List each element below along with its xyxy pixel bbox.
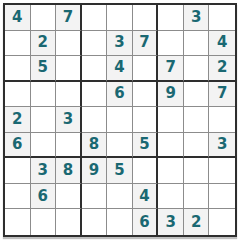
cell-r3c7[interactable]: 7	[158, 56, 184, 82]
cell-r3c6[interactable]	[133, 56, 159, 82]
cell-r9c5[interactable]	[107, 209, 133, 235]
cell-r1c6[interactable]	[133, 5, 159, 31]
cell-r9c4[interactable]	[82, 209, 108, 235]
cell-r9c9[interactable]	[209, 209, 235, 235]
cell-r3c4[interactable]	[82, 56, 108, 82]
cell-r7c9[interactable]	[209, 158, 235, 184]
cell-r4c4[interactable]	[82, 82, 108, 108]
cell-r1c2[interactable]	[31, 5, 57, 31]
cell-r4c3[interactable]	[56, 82, 82, 108]
cell-r2c3[interactable]	[56, 31, 82, 57]
cell-r1c3[interactable]: 7	[56, 5, 82, 31]
cell-r1c4[interactable]	[82, 5, 108, 31]
cell-r7c7[interactable]	[158, 158, 184, 184]
cell-r6c7[interactable]	[158, 133, 184, 159]
cell-r2c1[interactable]	[5, 31, 31, 57]
cell-r6c8[interactable]	[184, 133, 210, 159]
cell-r2c5[interactable]: 3	[107, 31, 133, 57]
sudoku-board: 47323745472697236853389564632	[3, 3, 237, 237]
cell-r7c2[interactable]: 3	[31, 158, 57, 184]
cell-r9c7[interactable]: 3	[158, 209, 184, 235]
cell-r8c3[interactable]	[56, 184, 82, 210]
cell-r8c5[interactable]	[107, 184, 133, 210]
cell-r8c8[interactable]	[184, 184, 210, 210]
cell-r2c9[interactable]: 4	[209, 31, 235, 57]
cell-r8c2[interactable]: 6	[31, 184, 57, 210]
cell-r7c8[interactable]	[184, 158, 210, 184]
cell-r4c6[interactable]	[133, 82, 159, 108]
cell-r4c2[interactable]	[31, 82, 57, 108]
cell-r3c3[interactable]	[56, 56, 82, 82]
cell-r8c7[interactable]	[158, 184, 184, 210]
cell-r7c1[interactable]	[5, 158, 31, 184]
cell-r6c6[interactable]: 5	[133, 133, 159, 159]
cell-r2c6[interactable]: 7	[133, 31, 159, 57]
cell-r6c2[interactable]	[31, 133, 57, 159]
cell-r3c2[interactable]: 5	[31, 56, 57, 82]
cell-r5c7[interactable]	[158, 107, 184, 133]
cell-r6c5[interactable]	[107, 133, 133, 159]
cell-r3c9[interactable]: 2	[209, 56, 235, 82]
cell-r4c7[interactable]: 9	[158, 82, 184, 108]
cell-r4c8[interactable]	[184, 82, 210, 108]
cell-r6c1[interactable]: 6	[5, 133, 31, 159]
cell-r6c9[interactable]: 3	[209, 133, 235, 159]
cell-r1c9[interactable]	[209, 5, 235, 31]
cell-r1c8[interactable]: 3	[184, 5, 210, 31]
cell-r9c6[interactable]: 6	[133, 209, 159, 235]
cell-r9c2[interactable]	[31, 209, 57, 235]
cell-r2c4[interactable]	[82, 31, 108, 57]
cell-r4c9[interactable]: 7	[209, 82, 235, 108]
cell-r7c6[interactable]	[133, 158, 159, 184]
cell-r8c1[interactable]	[5, 184, 31, 210]
cell-r3c5[interactable]: 4	[107, 56, 133, 82]
cell-r5c2[interactable]	[31, 107, 57, 133]
cell-r9c8[interactable]: 2	[184, 209, 210, 235]
cell-r1c5[interactable]	[107, 5, 133, 31]
cell-r5c6[interactable]	[133, 107, 159, 133]
cell-r2c7[interactable]	[158, 31, 184, 57]
cell-r5c1[interactable]: 2	[5, 107, 31, 133]
sudoku-page: 47323745472697236853389564632	[0, 3, 240, 240]
cell-r5c5[interactable]	[107, 107, 133, 133]
cell-r5c9[interactable]	[209, 107, 235, 133]
cell-r1c1[interactable]: 4	[5, 5, 31, 31]
cell-r2c2[interactable]: 2	[31, 31, 57, 57]
cell-r4c1[interactable]	[5, 82, 31, 108]
cell-r3c1[interactable]	[5, 56, 31, 82]
cell-r5c4[interactable]	[82, 107, 108, 133]
cell-r9c3[interactable]	[56, 209, 82, 235]
cell-r5c3[interactable]: 3	[56, 107, 82, 133]
cell-r6c3[interactable]	[56, 133, 82, 159]
cell-r4c5[interactable]: 6	[107, 82, 133, 108]
cell-r5c8[interactable]	[184, 107, 210, 133]
cell-r2c8[interactable]	[184, 31, 210, 57]
cell-r1c7[interactable]	[158, 5, 184, 31]
cell-r8c4[interactable]	[82, 184, 108, 210]
cell-r8c9[interactable]	[209, 184, 235, 210]
cell-r7c4[interactable]: 9	[82, 158, 108, 184]
cell-r7c3[interactable]: 8	[56, 158, 82, 184]
cell-r9c1[interactable]	[5, 209, 31, 235]
cell-r3c8[interactable]	[184, 56, 210, 82]
cell-r8c6[interactable]: 4	[133, 184, 159, 210]
cell-r7c5[interactable]: 5	[107, 158, 133, 184]
cell-r6c4[interactable]: 8	[82, 133, 108, 159]
